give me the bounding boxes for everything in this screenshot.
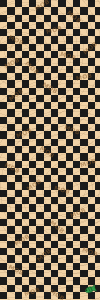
board-square [95, 219, 100, 226]
board-square [58, 168, 65, 175]
board-square [44, 197, 51, 204]
board-square [7, 270, 14, 277]
board-square [44, 66, 51, 73]
board-square [22, 102, 29, 109]
board-square [7, 109, 14, 116]
board-square [80, 292, 87, 299]
board-square [22, 255, 29, 262]
board-square [73, 182, 80, 189]
board-square [7, 285, 14, 292]
board-square [66, 197, 73, 204]
board-square [66, 80, 73, 87]
board-square [66, 22, 73, 29]
board-square [80, 51, 87, 58]
board-square [15, 66, 22, 73]
board-square [15, 58, 22, 65]
board-square [95, 131, 100, 138]
board-square [15, 139, 22, 146]
board-square [80, 153, 87, 160]
board-square [73, 270, 80, 277]
board-square [51, 80, 58, 87]
board-square [51, 204, 58, 211]
board-square [80, 212, 87, 219]
board-square [36, 190, 43, 197]
board-square [36, 146, 43, 153]
board-square [73, 146, 80, 153]
board-square [29, 139, 36, 146]
board-square [44, 51, 51, 58]
board-square [58, 197, 65, 204]
board-square [88, 263, 95, 270]
board-square [29, 285, 36, 292]
board-square [88, 102, 95, 109]
board-square [58, 255, 65, 262]
board-square [15, 234, 22, 241]
board-square [29, 7, 36, 14]
board-square [95, 109, 100, 116]
board-square [88, 131, 95, 138]
board-square [15, 80, 22, 87]
board-square [22, 285, 29, 292]
board-square [15, 102, 22, 109]
board-square [95, 80, 100, 87]
board-square [36, 241, 43, 248]
board-square [51, 168, 58, 175]
board-square [51, 15, 58, 22]
board-square [0, 153, 7, 160]
board-square [15, 153, 22, 160]
board-square [58, 51, 65, 58]
board-square [73, 197, 80, 204]
board-square [51, 102, 58, 109]
board-square [29, 124, 36, 131]
board-square [7, 29, 14, 36]
board-square [58, 44, 65, 51]
board-square [7, 36, 14, 43]
board-square [51, 146, 58, 153]
board-square [44, 263, 51, 270]
board-square [22, 0, 29, 7]
board-square [44, 234, 51, 241]
board-square [95, 51, 100, 58]
board-square [7, 153, 14, 160]
board-square [80, 29, 87, 36]
board-square [15, 51, 22, 58]
board-square [66, 270, 73, 277]
board-square [51, 73, 58, 80]
board-square [58, 58, 65, 65]
board-square [51, 175, 58, 182]
board-square [66, 88, 73, 95]
board-square [36, 139, 43, 146]
board-square [36, 285, 43, 292]
board-square [29, 15, 36, 22]
board-square [44, 58, 51, 65]
board-square [36, 7, 43, 14]
board-square [44, 73, 51, 80]
board-square [22, 212, 29, 219]
board-square [29, 182, 36, 189]
board-square [51, 197, 58, 204]
board-square [22, 80, 29, 87]
board-square [15, 117, 22, 124]
board-square [44, 124, 51, 131]
board-square [80, 124, 87, 131]
board-square [15, 226, 22, 233]
board-square [22, 175, 29, 182]
board-square [29, 44, 36, 51]
board-square [95, 292, 100, 299]
board-square [0, 226, 7, 233]
board-square [0, 212, 7, 219]
board-square [22, 109, 29, 116]
board-square [58, 29, 65, 36]
board-square [80, 226, 87, 233]
board-square [7, 161, 14, 168]
board-square [7, 248, 14, 255]
board-square [80, 109, 87, 116]
board-square [80, 95, 87, 102]
board-square [95, 117, 100, 124]
board-square [73, 190, 80, 197]
board-square [51, 226, 58, 233]
board-square [36, 212, 43, 219]
board-square [80, 146, 87, 153]
board-square [15, 124, 22, 131]
board-square [95, 285, 100, 292]
board-square [66, 95, 73, 102]
board-square [80, 73, 87, 80]
board-square [36, 263, 43, 270]
board-square [80, 15, 87, 22]
board-square [66, 204, 73, 211]
board-square [36, 36, 43, 43]
checkerboard [0, 0, 100, 299]
board-square [58, 88, 65, 95]
board-square [51, 255, 58, 262]
board-square [29, 51, 36, 58]
board-square [88, 161, 95, 168]
board-square [88, 234, 95, 241]
board-square [7, 124, 14, 131]
board-square [58, 219, 65, 226]
board-square [80, 102, 87, 109]
board-square [0, 80, 7, 87]
board-square [22, 153, 29, 160]
board-square [7, 131, 14, 138]
board-square [66, 248, 73, 255]
board-square [7, 7, 14, 14]
board-square [44, 102, 51, 109]
board-square [44, 95, 51, 102]
board-square [7, 219, 14, 226]
board-square [29, 0, 36, 7]
board-square [73, 168, 80, 175]
board-square [66, 0, 73, 7]
board-square [29, 95, 36, 102]
board-square [36, 248, 43, 255]
board-square [15, 109, 22, 116]
board-square [36, 204, 43, 211]
board-square [0, 190, 7, 197]
board-square [51, 88, 58, 95]
board-square [7, 22, 14, 29]
board-square [58, 36, 65, 43]
board-square [0, 175, 7, 182]
board-square [80, 197, 87, 204]
board-square [7, 255, 14, 262]
board-square [73, 102, 80, 109]
board-square [66, 285, 73, 292]
board-square [44, 139, 51, 146]
board-square [0, 7, 7, 14]
board-square [51, 263, 58, 270]
board-square [95, 197, 100, 204]
board-square [66, 139, 73, 146]
board-square [66, 212, 73, 219]
board-square [80, 7, 87, 14]
board-square [36, 117, 43, 124]
board-square [88, 292, 95, 299]
board-square [15, 255, 22, 262]
board-square [95, 139, 100, 146]
board-square [51, 161, 58, 168]
board-square [7, 146, 14, 153]
board-square [58, 292, 65, 299]
board-square [88, 73, 95, 80]
board-square [95, 36, 100, 43]
board-square [0, 51, 7, 58]
board-square [88, 44, 95, 51]
board-square [51, 182, 58, 189]
board-square [15, 241, 22, 248]
board-square [88, 190, 95, 197]
board-square [36, 88, 43, 95]
board-square [88, 212, 95, 219]
board-square [95, 182, 100, 189]
board-square [15, 182, 22, 189]
board-square [7, 88, 14, 95]
board-square [15, 7, 22, 14]
board-square [22, 219, 29, 226]
board-square [58, 0, 65, 7]
board-square [95, 277, 100, 284]
board-square [66, 241, 73, 248]
board-square [95, 102, 100, 109]
board-square [95, 73, 100, 80]
board-square [0, 117, 7, 124]
board-square [88, 66, 95, 73]
board-square [66, 255, 73, 262]
board-square [73, 117, 80, 124]
board-square [7, 15, 14, 22]
board-square [15, 204, 22, 211]
board-square [58, 241, 65, 248]
board-square [58, 15, 65, 22]
board-square [22, 161, 29, 168]
board-square [44, 80, 51, 87]
board-square [15, 36, 22, 43]
board-square [44, 219, 51, 226]
board-square [66, 102, 73, 109]
board-square [29, 88, 36, 95]
board-square [95, 161, 100, 168]
board-square [73, 109, 80, 116]
board-square [80, 22, 87, 29]
board-square [95, 241, 100, 248]
board-square [73, 212, 80, 219]
board-square [51, 292, 58, 299]
board-square [22, 88, 29, 95]
board-square [80, 285, 87, 292]
board-square [73, 153, 80, 160]
board-square [80, 44, 87, 51]
board-square [0, 124, 7, 131]
board-square [95, 226, 100, 233]
board-square [22, 131, 29, 138]
board-square [44, 277, 51, 284]
board-square [7, 263, 14, 270]
board-square [36, 109, 43, 116]
board-square [29, 270, 36, 277]
board-square [29, 248, 36, 255]
board-square [7, 117, 14, 124]
board-square [36, 124, 43, 131]
board-square [36, 182, 43, 189]
board-square [0, 234, 7, 241]
board-square [22, 190, 29, 197]
board-square [36, 73, 43, 80]
board-square [22, 73, 29, 80]
board-square [88, 168, 95, 175]
board-square [51, 190, 58, 197]
board-square [58, 285, 65, 292]
board-square [66, 190, 73, 197]
board-square [95, 58, 100, 65]
board-square [7, 197, 14, 204]
board-square [22, 117, 29, 124]
board-square [22, 277, 29, 284]
board-square [73, 219, 80, 226]
board-square [80, 234, 87, 241]
board-square [44, 255, 51, 262]
board-square [51, 44, 58, 51]
board-square [73, 73, 80, 80]
board-square [51, 36, 58, 43]
board-square [88, 88, 95, 95]
board-square [7, 190, 14, 197]
board-square [0, 0, 7, 7]
board-square [95, 66, 100, 73]
board-square [95, 29, 100, 36]
board-square [51, 270, 58, 277]
board-square [44, 270, 51, 277]
board-square [66, 117, 73, 124]
board-square [73, 51, 80, 58]
board-square [29, 234, 36, 241]
board-square [22, 58, 29, 65]
board-square [73, 66, 80, 73]
board-square [0, 88, 7, 95]
board-square [95, 234, 100, 241]
board-square [7, 204, 14, 211]
board-square [15, 248, 22, 255]
board-square [58, 22, 65, 29]
board-square [95, 146, 100, 153]
board-square [15, 88, 22, 95]
board-square [22, 182, 29, 189]
board-square [80, 139, 87, 146]
board-square [29, 212, 36, 219]
board-square [80, 58, 87, 65]
board-square [80, 204, 87, 211]
board-square [44, 22, 51, 29]
board-square [88, 241, 95, 248]
board-square [15, 44, 22, 51]
board-square [95, 204, 100, 211]
board-square [7, 212, 14, 219]
board-square [80, 66, 87, 73]
board-square [80, 168, 87, 175]
board-square [36, 80, 43, 87]
board-square [0, 277, 7, 284]
board-square [29, 241, 36, 248]
board-square [51, 109, 58, 116]
board-square [51, 285, 58, 292]
board-square [80, 190, 87, 197]
board-square [95, 95, 100, 102]
board-square [51, 51, 58, 58]
board-square [58, 7, 65, 14]
board-square [66, 109, 73, 116]
board-square [44, 241, 51, 248]
board-square [66, 7, 73, 14]
board-square [95, 7, 100, 14]
board-square [88, 22, 95, 29]
board-square [58, 139, 65, 146]
board-square [15, 219, 22, 226]
board-square [80, 270, 87, 277]
board-square [7, 292, 14, 299]
board-square [58, 263, 65, 270]
board-square [51, 95, 58, 102]
board-square [36, 255, 43, 262]
board-square [51, 0, 58, 7]
board-square [7, 234, 14, 241]
board-square [0, 109, 7, 116]
board-square [80, 255, 87, 262]
board-square [0, 44, 7, 51]
board-square [0, 182, 7, 189]
board-square [29, 109, 36, 116]
board-square [36, 95, 43, 102]
griptape-sheet: MOBMOBMOBMOBMOBMOBMOBMOBMOBMOBMOBMOBMOBM… [0, 0, 100, 300]
board-square [22, 197, 29, 204]
board-square [0, 241, 7, 248]
board-square [58, 212, 65, 219]
board-square [51, 29, 58, 36]
board-square [29, 117, 36, 124]
board-square [36, 58, 43, 65]
board-square [95, 22, 100, 29]
board-square [29, 292, 36, 299]
board-square [88, 153, 95, 160]
board-square [44, 109, 51, 116]
board-square [58, 131, 65, 138]
board-square [22, 204, 29, 211]
board-square [44, 190, 51, 197]
board-square [73, 175, 80, 182]
